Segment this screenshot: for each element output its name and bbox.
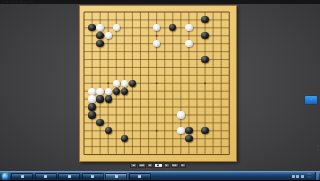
stone-white [96,88,103,95]
stone-white [121,80,128,87]
stone-white [88,88,95,95]
app-icon [68,175,71,178]
system-tray: ··:·· ····· [292,172,320,181]
notification-badge[interactable]: · [305,96,317,104]
stone-white [113,24,120,31]
stone-white [185,40,192,47]
stone-black [105,95,112,102]
stone-white [177,111,184,118]
app-window: · ·· ····· ··· – ···· |◀◀◀◀●▶▶▶▶| ····· … [0,0,320,180]
app-icon [115,175,118,178]
stone-white [185,24,192,31]
overlay-marks: ·· ·· [302,144,319,152]
stone-black [88,24,95,31]
stone-white [96,24,103,31]
stone-black [169,24,176,31]
stone-white [113,80,120,87]
window-title-bar: · ·· ····· ··· – ···· [0,0,320,4]
taskbar-app-1[interactable] [11,173,33,180]
tray-icon-3[interactable] [301,175,304,178]
stone-black [201,127,208,134]
stone-white [88,95,95,102]
stone-black [113,88,120,95]
start-button[interactable] [2,173,9,180]
stone-black [185,135,192,142]
app-icon [44,175,47,178]
show-desktop-button[interactable] [315,172,319,181]
stone-black [96,95,103,102]
stone-black [201,16,208,23]
stone-white [105,88,112,95]
taskbar-app-4[interactable] [82,173,104,180]
tray-icon-1[interactable] [292,175,295,178]
taskbar-clock[interactable]: ··:·· ····· [305,173,314,179]
taskbar-app-6[interactable] [129,173,151,180]
overlay-mark-2: ·· [302,148,319,152]
stone-black [96,119,103,126]
board-grid[interactable] [80,8,233,159]
app-icon [138,175,141,178]
stone-white [105,32,112,39]
app-icon [91,175,94,178]
stone-black [185,127,192,134]
stone-white [153,24,160,31]
taskbar: ··:·· ····· [0,171,320,180]
stone-black [88,111,95,118]
stone-white [177,127,184,134]
taskbar-apps [11,172,151,180]
stone-black [201,56,208,63]
window-title: · ·· ····· ··· – ···· [3,0,34,4]
taskbar-app-2[interactable] [35,173,57,180]
taskbar-app-5[interactable] [105,173,127,180]
stone-black [201,32,208,39]
app-icon [21,175,24,178]
stone-black [96,40,103,47]
go-board[interactable] [79,5,237,162]
taskbar-app-3[interactable] [58,173,80,180]
stone-black [96,32,103,39]
stone-white [153,40,160,47]
tray-icon-2[interactable] [296,175,299,178]
stone-black [121,135,128,142]
stone-black [88,103,95,110]
stone-black [121,88,128,95]
stone-black [129,80,136,87]
clock-date: ····· [307,176,312,179]
stone-black [105,127,112,134]
